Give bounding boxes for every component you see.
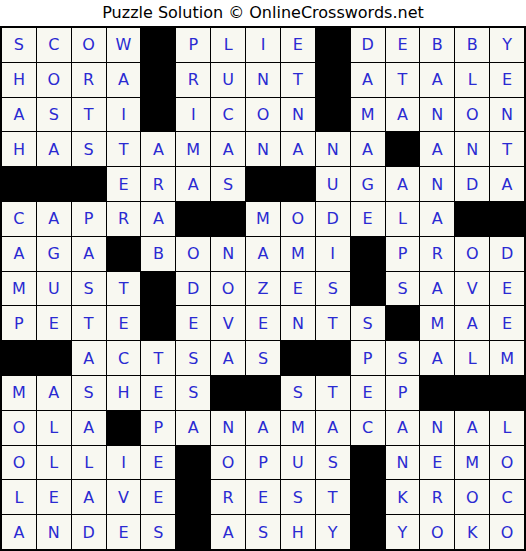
black-cell <box>281 341 315 375</box>
letter-cell: I <box>107 446 141 480</box>
black-cell <box>72 167 106 201</box>
letter-cell: O <box>281 202 315 236</box>
letter-cell: L <box>72 446 106 480</box>
letter-cell: A <box>211 132 245 166</box>
letter-cell: A <box>351 132 385 166</box>
letter-cell: N <box>246 132 280 166</box>
letter-cell: S <box>316 446 350 480</box>
letter-cell: U <box>281 446 315 480</box>
letter-cell: A <box>246 237 280 271</box>
letter-cell: H <box>2 132 36 166</box>
letter-cell: C <box>2 202 36 236</box>
letter-cell: M <box>420 306 454 340</box>
letter-cell: N <box>420 411 454 445</box>
letter-cell: S <box>351 306 385 340</box>
black-cell <box>316 63 350 97</box>
letter-cell: N <box>455 132 489 166</box>
letter-cell: N <box>281 306 315 340</box>
letter-cell: O <box>37 63 71 97</box>
letter-cell: A <box>281 132 315 166</box>
letter-cell: A <box>37 376 71 410</box>
letter-cell: T <box>281 63 315 97</box>
black-cell <box>316 341 350 375</box>
letter-cell: I <box>316 237 350 271</box>
letter-cell: P <box>351 341 385 375</box>
black-cell <box>176 515 210 549</box>
letter-cell: T <box>386 63 420 97</box>
letter-cell: E <box>176 306 210 340</box>
letter-cell: N <box>211 237 245 271</box>
letter-cell: V <box>455 272 489 306</box>
letter-cell: Y <box>316 515 350 549</box>
black-cell <box>351 272 385 306</box>
letter-cell: R <box>107 202 141 236</box>
letter-cell: E <box>420 446 454 480</box>
letter-cell: A <box>420 202 454 236</box>
letter-cell: A <box>420 341 454 375</box>
letter-cell: O <box>176 237 210 271</box>
letter-cell: A <box>420 132 454 166</box>
letter-cell: A <box>72 341 106 375</box>
letter-cell: M <box>281 411 315 445</box>
letter-cell: M <box>455 446 489 480</box>
letter-cell: A <box>2 237 36 271</box>
letter-cell: A <box>246 411 280 445</box>
letter-cell: E <box>351 202 385 236</box>
black-cell <box>176 202 210 236</box>
letter-cell: E <box>246 480 280 514</box>
letter-cell: N <box>246 63 280 97</box>
letter-cell: V <box>107 480 141 514</box>
letter-cell: O <box>211 446 245 480</box>
black-cell <box>141 306 175 340</box>
letter-cell: A <box>72 480 106 514</box>
letter-cell: E <box>107 515 141 549</box>
black-cell <box>211 376 245 410</box>
letter-cell: E <box>107 167 141 201</box>
letter-cell: K <box>455 515 489 549</box>
letter-cell: M <box>2 272 36 306</box>
black-cell <box>281 167 315 201</box>
letter-cell: L <box>2 480 36 514</box>
black-cell <box>246 167 280 201</box>
letter-cell: E <box>37 306 71 340</box>
letter-cell: S <box>2 28 36 62</box>
letter-cell: A <box>386 98 420 132</box>
black-cell <box>351 237 385 271</box>
letter-cell: A <box>455 411 489 445</box>
black-cell <box>455 376 489 410</box>
letter-cell: M <box>351 98 385 132</box>
letter-cell: A <box>72 411 106 445</box>
letter-cell: R <box>420 237 454 271</box>
letter-cell: P <box>386 376 420 410</box>
black-cell <box>316 98 350 132</box>
letter-cell: P <box>141 411 175 445</box>
letter-cell: E <box>351 376 385 410</box>
letter-cell: S <box>72 376 106 410</box>
letter-cell: E <box>490 272 524 306</box>
letter-cell: A <box>211 341 245 375</box>
letter-cell: E <box>490 63 524 97</box>
letter-cell: A <box>211 515 245 549</box>
letter-cell: A <box>2 515 36 549</box>
letter-cell: H <box>107 376 141 410</box>
letter-cell: A <box>490 167 524 201</box>
letter-cell: S <box>211 167 245 201</box>
letter-cell: O <box>211 272 245 306</box>
letter-cell: V <box>211 306 245 340</box>
letter-cell: L <box>37 446 71 480</box>
letter-cell: O <box>455 98 489 132</box>
letter-cell: T <box>316 306 350 340</box>
letter-cell: S <box>141 515 175 549</box>
letter-cell: O <box>455 237 489 271</box>
letter-cell: E <box>37 480 71 514</box>
letter-cell: O <box>2 446 36 480</box>
letter-cell: D <box>490 237 524 271</box>
letter-cell: T <box>107 132 141 166</box>
letter-cell: I <box>107 98 141 132</box>
letter-cell: D <box>351 28 385 62</box>
black-cell <box>211 202 245 236</box>
letter-cell: A <box>176 167 210 201</box>
letter-cell: L <box>37 411 71 445</box>
black-cell <box>246 376 280 410</box>
letter-cell: A <box>316 411 350 445</box>
letter-cell: A <box>141 132 175 166</box>
letter-cell: A <box>2 98 36 132</box>
letter-cell: G <box>351 167 385 201</box>
letter-cell: R <box>420 480 454 514</box>
letter-cell: O <box>420 515 454 549</box>
letter-cell: M <box>2 376 36 410</box>
letter-cell: S <box>386 272 420 306</box>
black-cell <box>37 341 71 375</box>
letter-cell: N <box>316 132 350 166</box>
letter-cell: N <box>211 411 245 445</box>
letter-cell: S <box>37 98 71 132</box>
letter-cell: C <box>107 341 141 375</box>
black-cell <box>37 167 71 201</box>
letter-cell: C <box>211 98 245 132</box>
letter-cell: E <box>141 446 175 480</box>
letter-cell: A <box>420 63 454 97</box>
black-cell <box>490 202 524 236</box>
letter-cell: O <box>2 411 36 445</box>
letter-cell: H <box>2 63 36 97</box>
page-title: Puzzle Solution © OnlineCrosswords.net <box>0 0 526 26</box>
letter-cell: A <box>72 237 106 271</box>
letter-cell: C <box>351 411 385 445</box>
letter-cell: W <box>107 28 141 62</box>
letter-cell: B <box>420 28 454 62</box>
letter-cell: S <box>246 515 280 549</box>
black-cell <box>2 167 36 201</box>
letter-cell: E <box>107 306 141 340</box>
letter-cell: A <box>37 132 71 166</box>
letter-cell: A <box>420 272 454 306</box>
black-cell <box>107 411 141 445</box>
letter-cell: T <box>490 132 524 166</box>
letter-cell: S <box>386 341 420 375</box>
letter-cell: A <box>176 411 210 445</box>
letter-cell: I <box>176 98 210 132</box>
letter-cell: L <box>386 202 420 236</box>
black-cell <box>176 446 210 480</box>
letter-cell: N <box>420 167 454 201</box>
letter-cell: U <box>37 272 71 306</box>
letter-cell: O <box>490 515 524 549</box>
black-cell <box>490 376 524 410</box>
letter-cell: T <box>72 306 106 340</box>
letter-cell: M <box>246 202 280 236</box>
letter-cell: E <box>246 306 280 340</box>
puzzle-solution-page: Puzzle Solution © OnlineCrosswords.net S… <box>0 0 526 551</box>
letter-cell: M <box>176 132 210 166</box>
letter-cell: T <box>107 272 141 306</box>
letter-cell: A <box>455 306 489 340</box>
letter-cell: S <box>176 341 210 375</box>
letter-cell: S <box>281 480 315 514</box>
letter-cell: N <box>37 515 71 549</box>
letter-cell: Y <box>386 515 420 549</box>
letter-cell: E <box>490 306 524 340</box>
letter-cell: L <box>490 411 524 445</box>
letter-cell: G <box>37 237 71 271</box>
letter-cell: T <box>316 480 350 514</box>
letter-cell: N <box>386 446 420 480</box>
letter-cell: B <box>455 28 489 62</box>
letter-cell: P <box>72 202 106 236</box>
letter-cell: N <box>281 98 315 132</box>
black-cell <box>141 98 175 132</box>
black-cell <box>316 28 350 62</box>
letter-cell: D <box>455 167 489 201</box>
letter-cell: A <box>351 63 385 97</box>
letter-cell: A <box>386 411 420 445</box>
letter-cell: U <box>211 63 245 97</box>
letter-cell: C <box>490 480 524 514</box>
letter-cell: C <box>37 28 71 62</box>
letter-cell: R <box>211 480 245 514</box>
letter-cell: L <box>455 341 489 375</box>
letter-cell: N <box>490 98 524 132</box>
letter-cell: P <box>386 237 420 271</box>
letter-cell: S <box>72 272 106 306</box>
letter-cell: R <box>141 167 175 201</box>
letter-cell: O <box>72 28 106 62</box>
letter-cell: L <box>455 63 489 97</box>
letter-cell: P <box>246 446 280 480</box>
letter-cell: O <box>246 98 280 132</box>
letter-cell: Z <box>246 272 280 306</box>
letter-cell: L <box>211 28 245 62</box>
letter-cell: S <box>72 132 106 166</box>
letter-cell: S <box>246 341 280 375</box>
letter-cell: T <box>72 98 106 132</box>
letter-cell: D <box>176 272 210 306</box>
letter-cell: R <box>72 63 106 97</box>
letter-cell: E <box>386 28 420 62</box>
letter-cell: U <box>316 167 350 201</box>
letter-cell: N <box>420 98 454 132</box>
letter-cell: E <box>281 28 315 62</box>
letter-cell: R <box>176 63 210 97</box>
black-cell <box>420 376 454 410</box>
letter-cell: O <box>455 480 489 514</box>
letter-cell: E <box>281 272 315 306</box>
letter-cell: E <box>141 480 175 514</box>
letter-cell: D <box>72 515 106 549</box>
letter-cell: O <box>490 446 524 480</box>
letter-cell: P <box>2 306 36 340</box>
black-cell <box>141 63 175 97</box>
black-cell <box>176 480 210 514</box>
black-cell <box>386 306 420 340</box>
black-cell <box>386 132 420 166</box>
letter-cell: M <box>281 237 315 271</box>
letter-cell: A <box>386 167 420 201</box>
black-cell <box>141 272 175 306</box>
letter-cell: K <box>386 480 420 514</box>
letter-cell: I <box>246 28 280 62</box>
black-cell <box>455 202 489 236</box>
black-cell <box>2 341 36 375</box>
letter-cell: T <box>141 341 175 375</box>
letter-cell: T <box>316 376 350 410</box>
letter-cell: S <box>316 272 350 306</box>
letter-cell: D <box>316 202 350 236</box>
black-cell <box>351 446 385 480</box>
letter-cell: E <box>141 376 175 410</box>
letter-cell: M <box>490 341 524 375</box>
letter-cell: S <box>281 376 315 410</box>
letter-cell: B <box>141 237 175 271</box>
black-cell <box>141 28 175 62</box>
letter-cell: Y <box>490 28 524 62</box>
black-cell <box>351 515 385 549</box>
black-cell <box>351 480 385 514</box>
black-cell <box>107 237 141 271</box>
crossword-grid: SCOWPLIEDEBBYHORARUNTATALEASTIICONMANONH… <box>0 26 526 551</box>
letter-cell: A <box>107 63 141 97</box>
letter-cell: H <box>281 515 315 549</box>
letter-cell: S <box>176 376 210 410</box>
letter-cell: P <box>176 28 210 62</box>
letter-cell: A <box>141 202 175 236</box>
letter-cell: A <box>37 202 71 236</box>
